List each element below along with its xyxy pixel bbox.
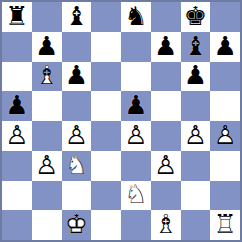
square-a1[interactable] [2, 210, 32, 240]
square-b7[interactable]: ♟ [32, 32, 62, 62]
square-a6[interactable] [2, 62, 32, 92]
black-bishop: ♝ [65, 3, 88, 29]
square-d6[interactable] [91, 62, 121, 92]
square-c1[interactable]: ♚♔ [62, 210, 92, 240]
square-c7[interactable] [62, 32, 92, 62]
square-g2[interactable] [181, 181, 211, 211]
square-d8[interactable] [91, 2, 121, 32]
square-b3[interactable]: ♟♙ [32, 151, 62, 181]
black-pawn: ♟ [65, 62, 88, 88]
square-c5[interactable] [62, 91, 92, 121]
square-b4[interactable] [32, 121, 62, 151]
square-a7[interactable] [2, 32, 32, 62]
square-f8[interactable] [151, 2, 181, 32]
square-b5[interactable] [32, 91, 62, 121]
square-c4[interactable]: ♟♙ [62, 121, 92, 151]
white-knight: ♘ [124, 181, 147, 207]
square-f6[interactable] [151, 62, 181, 92]
white-pawn: ♙ [5, 122, 28, 148]
square-h1[interactable]: ♜♖ [210, 210, 240, 240]
black-bishop: ♝ [184, 33, 207, 59]
square-f7[interactable]: ♟ [151, 32, 181, 62]
black-pawn: ♟ [35, 33, 58, 59]
square-e3[interactable] [121, 151, 151, 181]
chess-board: ♜♝♞♚♟♟♝♟♝♗♟♟♟♟♟♙♟♙♟♙♟♙♟♙♟♙♞♘♟♙♞♘♚♔♝♗♜♖ [0, 0, 242, 242]
square-e6[interactable] [121, 62, 151, 92]
square-f2[interactable] [151, 181, 181, 211]
square-e1[interactable] [121, 210, 151, 240]
black-king: ♚ [184, 3, 207, 29]
square-e8[interactable]: ♞ [121, 2, 151, 32]
square-e7[interactable] [121, 32, 151, 62]
square-f3[interactable]: ♟♙ [151, 151, 181, 181]
square-f1[interactable]: ♝♗ [151, 210, 181, 240]
square-a3[interactable] [2, 151, 32, 181]
black-pawn: ♟ [184, 62, 207, 88]
white-pawn: ♙ [65, 122, 88, 148]
square-g6[interactable]: ♟ [181, 62, 211, 92]
square-b2[interactable] [32, 181, 62, 211]
square-d3[interactable] [91, 151, 121, 181]
square-b6[interactable]: ♝♗ [32, 62, 62, 92]
square-b1[interactable] [32, 210, 62, 240]
square-a5[interactable]: ♟ [2, 91, 32, 121]
white-pawn: ♙ [124, 122, 147, 148]
square-h7[interactable]: ♟ [210, 32, 240, 62]
square-h3[interactable] [210, 151, 240, 181]
square-b8[interactable] [32, 2, 62, 32]
white-pawn: ♙ [184, 122, 207, 148]
black-pawn: ♟ [124, 92, 147, 118]
square-g7[interactable]: ♝ [181, 32, 211, 62]
square-h8[interactable] [210, 2, 240, 32]
square-d4[interactable] [91, 121, 121, 151]
square-e5[interactable]: ♟ [121, 91, 151, 121]
black-knight: ♞ [124, 3, 147, 29]
black-pawn: ♟ [213, 33, 236, 59]
white-rook: ♖ [213, 211, 236, 237]
white-bishop: ♗ [154, 211, 177, 237]
white-bishop: ♗ [35, 62, 58, 88]
square-g3[interactable] [181, 151, 211, 181]
black-pawn: ♟ [5, 92, 28, 118]
square-d2[interactable] [91, 181, 121, 211]
square-d1[interactable] [91, 210, 121, 240]
square-d7[interactable] [91, 32, 121, 62]
square-c6[interactable]: ♟ [62, 62, 92, 92]
white-knight: ♘ [65, 152, 88, 178]
square-g1[interactable] [181, 210, 211, 240]
square-e2[interactable]: ♞♘ [121, 181, 151, 211]
black-pawn: ♟ [154, 33, 177, 59]
white-king: ♔ [65, 211, 88, 237]
square-g8[interactable]: ♚ [181, 2, 211, 32]
square-a2[interactable] [2, 181, 32, 211]
square-f4[interactable] [151, 121, 181, 151]
square-c2[interactable] [62, 181, 92, 211]
square-h2[interactable] [210, 181, 240, 211]
square-f5[interactable] [151, 91, 181, 121]
square-c3[interactable]: ♞♘ [62, 151, 92, 181]
white-pawn: ♙ [154, 152, 177, 178]
square-c8[interactable]: ♝ [62, 2, 92, 32]
square-g5[interactable] [181, 91, 211, 121]
white-pawn: ♙ [213, 122, 236, 148]
square-a4[interactable]: ♟♙ [2, 121, 32, 151]
square-d5[interactable] [91, 91, 121, 121]
white-pawn: ♙ [35, 152, 58, 178]
black-rook: ♜ [5, 3, 28, 29]
square-h6[interactable] [210, 62, 240, 92]
square-h4[interactable]: ♟♙ [210, 121, 240, 151]
square-h5[interactable] [210, 91, 240, 121]
square-g4[interactable]: ♟♙ [181, 121, 211, 151]
square-a8[interactable]: ♜ [2, 2, 32, 32]
square-e4[interactable]: ♟♙ [121, 121, 151, 151]
